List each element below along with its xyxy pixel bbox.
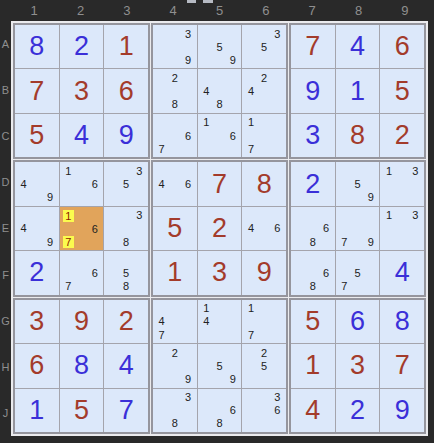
candidate-6[interactable]: 6 [181, 177, 194, 190]
candidate-grid: 68 [293, 253, 333, 292]
candidate-grid: 58 [106, 253, 146, 292]
solved-digit: 9 [305, 78, 320, 105]
given-digit: 9 [74, 308, 89, 335]
candidate-5[interactable]: 5 [258, 40, 271, 53]
cell-B2[interactable]: 3 [60, 69, 104, 112]
candidate-grid: 46 [155, 164, 195, 203]
candidate-8[interactable]: 8 [306, 279, 319, 292]
cell-B6[interactable]: 24 [242, 69, 286, 112]
cell-B5[interactable]: 48 [198, 69, 242, 112]
candidate-7[interactable]: 7 [62, 279, 75, 292]
cell-C6[interactable]: 17 [242, 114, 286, 157]
candidate-1[interactable]: 1 [244, 116, 257, 129]
cell-E9[interactable]: 13 [380, 207, 424, 250]
cell-G2[interactable]: 9 [60, 300, 104, 343]
cell-E1[interactable]: 49 [15, 207, 59, 250]
cell-C1[interactable]: 5 [15, 114, 59, 157]
cell-J3[interactable]: 7 [104, 389, 148, 432]
candidate-grid: 29 [155, 346, 195, 385]
candidate-9[interactable]: 9 [181, 53, 194, 66]
candidate-3[interactable]: 3 [409, 209, 422, 222]
candidate-6[interactable]: 6 [181, 129, 194, 142]
candidate-grid: 59 [200, 27, 240, 66]
cell-H7[interactable]: 1 [291, 344, 335, 387]
cell-D4[interactable]: 46 [153, 162, 197, 205]
cell-A8[interactable]: 4 [336, 25, 380, 68]
candidate-grid: 38 [106, 209, 146, 248]
solved-digit: 3 [305, 122, 320, 149]
cell-E3[interactable]: 38 [104, 207, 148, 250]
candidate-1[interactable]: 1 [382, 164, 395, 177]
candidate-2[interactable]: 2 [168, 71, 181, 84]
column-label-2: 2 [57, 0, 103, 21]
candidate-1[interactable]: 1 [244, 302, 257, 315]
given-digit: 4 [305, 397, 320, 424]
solved-digit: 6 [350, 308, 365, 335]
cell-G9[interactable]: 8 [380, 300, 424, 343]
solved-digit: 4 [119, 352, 134, 379]
cell-D3[interactable]: 35 [104, 162, 148, 205]
candidate-5[interactable]: 5 [213, 40, 226, 53]
candidate-7[interactable]: 7 [338, 235, 351, 248]
candidate-9[interactable]: 9 [226, 372, 239, 385]
candidate-grid: 36 [244, 391, 284, 430]
column-label-1: 1 [11, 0, 57, 21]
cell-F2[interactable]: 67 [60, 251, 104, 294]
candidate-grid: 67 [155, 116, 195, 155]
solved-digit: 1 [350, 78, 365, 105]
candidate-grid: 13 [382, 209, 422, 248]
candidate-grid: 16 [62, 164, 102, 203]
box-1: 821736549 [13, 23, 150, 159]
given-digit: 7 [305, 33, 320, 60]
candidate-grid: 68 [293, 209, 333, 248]
box-3: 746915382 [289, 23, 426, 159]
cell-B8[interactable]: 1 [336, 69, 380, 112]
candidate-6[interactable]: 6 [88, 177, 101, 190]
cell-H3[interactable]: 4 [104, 344, 148, 387]
cell-A3[interactable]: 1 [104, 25, 148, 68]
candidate-grid: 16 [200, 116, 240, 155]
row-label-G: G [0, 298, 11, 344]
candidate-6[interactable]: 6 [226, 129, 239, 142]
column-label-6: 6 [243, 0, 289, 21]
candidate-6[interactable]: 6 [319, 266, 332, 279]
solved-digit: 4 [350, 33, 365, 60]
given-digit: 1 [167, 259, 182, 286]
candidate-7[interactable]: 7 [155, 142, 168, 155]
cell-D7[interactable]: 2 [291, 162, 335, 205]
candidate-4[interactable]: 4 [155, 315, 168, 328]
candidate-1[interactable]: 1 [200, 302, 213, 315]
candidate-grid: 28 [155, 71, 195, 110]
column-label-8: 8 [335, 0, 381, 21]
cell-D8[interactable]: 59 [336, 162, 380, 205]
cell-H2[interactable]: 8 [60, 344, 104, 387]
candidate-8[interactable]: 8 [168, 417, 181, 430]
given-digit: 3 [350, 352, 365, 379]
candidate-grid: 59 [338, 164, 378, 203]
box-4: 491635491673826758 [13, 160, 150, 296]
candidate-7[interactable]: 7 [338, 279, 351, 292]
solved-digit: 4 [74, 122, 89, 149]
candidate-grid: 68 [200, 391, 240, 430]
cell-B3[interactable]: 6 [104, 69, 148, 112]
candidate-3[interactable]: 3 [133, 164, 146, 177]
cell-E5[interactable]: 2 [198, 207, 242, 250]
candidate-3[interactable]: 3 [133, 209, 146, 222]
candidate-5[interactable]: 5 [120, 266, 133, 279]
candidate-grid: 79 [338, 209, 378, 248]
box-8: 471417295925386836 [151, 298, 288, 434]
cell-H4[interactable]: 29 [153, 344, 197, 387]
solved-digit: 7 [119, 397, 134, 424]
row-label-F: F [0, 252, 11, 298]
solved-digit: 8 [74, 352, 89, 379]
candidate-4[interactable]: 4 [155, 177, 168, 190]
cell-H1[interactable]: 6 [15, 344, 59, 387]
row-label-C: C [0, 113, 11, 159]
candidate-grid: 13 [382, 164, 422, 203]
cell-C7[interactable]: 3 [291, 114, 335, 157]
given-digit: 7 [29, 78, 44, 105]
candidate-7[interactable]: 7 [155, 328, 168, 341]
solved-digit: 2 [350, 397, 365, 424]
box-9: 568137429 [289, 298, 426, 434]
column-label-4: 4 [150, 0, 196, 21]
cell-J2[interactable]: 5 [60, 389, 104, 432]
solved-digit: 2 [74, 33, 89, 60]
cell-D5[interactable]: 7 [198, 162, 242, 205]
candidate-6[interactable]: 6 [88, 266, 101, 279]
cell-C8[interactable]: 8 [336, 114, 380, 157]
cell-G7[interactable]: 5 [291, 300, 335, 343]
candidate-grid: 48 [200, 71, 240, 110]
cell-E8[interactable]: 79 [336, 207, 380, 250]
given-digit: 7 [395, 352, 410, 379]
candidate-grid: 57 [338, 253, 378, 292]
given-digit: 3 [74, 78, 89, 105]
row-label-D: D [0, 159, 11, 205]
candidate-5[interactable]: 5 [258, 359, 271, 372]
candidate-5[interactable]: 5 [351, 266, 364, 279]
cell-A4[interactable]: 39 [153, 25, 197, 68]
cell-C9[interactable]: 2 [380, 114, 424, 157]
cell-H8[interactable]: 3 [336, 344, 380, 387]
candidate-grid: 35 [106, 164, 146, 203]
cell-D1[interactable]: 49 [15, 162, 59, 205]
cell-B7[interactable]: 9 [291, 69, 335, 112]
candidate-8[interactable]: 8 [213, 417, 226, 430]
row-label-B: B [0, 67, 11, 113]
cell-G5[interactable]: 14 [198, 300, 242, 343]
sudoku-board: 8217365493959352848246716177469153824916… [11, 21, 428, 436]
candidate-9[interactable]: 9 [43, 191, 56, 204]
solved-digit: 1 [29, 397, 44, 424]
candidate-grid: 17 [244, 302, 284, 341]
cell-G6[interactable]: 17 [242, 300, 286, 343]
candidate-grid: 46 [244, 209, 284, 248]
column-labels: 123456789 [11, 0, 428, 21]
candidate-3[interactable]: 3 [271, 27, 284, 40]
highlighted-candidate-7[interactable]: 7 [63, 236, 74, 248]
cell-C2[interactable]: 4 [60, 114, 104, 157]
candidate-grid: 25 [244, 346, 284, 385]
candidate-grid: 167 [62, 209, 102, 248]
row-label-A: A [0, 21, 11, 67]
given-digit: 6 [29, 352, 44, 379]
solved-digit: 8 [29, 33, 44, 60]
candidate-3[interactable]: 3 [181, 27, 194, 40]
given-digit: 5 [305, 308, 320, 335]
cell-J9[interactable]: 9 [380, 389, 424, 432]
cell-A6[interactable]: 35 [242, 25, 286, 68]
cell-H5[interactable]: 59 [198, 344, 242, 387]
cell-E4[interactable]: 5 [153, 207, 197, 250]
cell-J7[interactable]: 4 [291, 389, 335, 432]
candidate-8[interactable]: 8 [120, 235, 133, 248]
candidate-9[interactable]: 9 [364, 235, 377, 248]
given-digit: 3 [212, 259, 227, 286]
candidate-grid: 24 [244, 71, 284, 110]
candidate-4[interactable]: 4 [244, 85, 257, 98]
candidate-4[interactable]: 4 [17, 177, 30, 190]
candidate-5[interactable]: 5 [213, 359, 226, 372]
cell-B1[interactable]: 7 [15, 69, 59, 112]
cell-E2[interactable]: 167 [60, 207, 104, 250]
given-digit: 8 [350, 122, 365, 149]
candidate-4[interactable]: 4 [200, 85, 213, 98]
candidate-7[interactable]: 7 [244, 142, 257, 155]
candidate-6[interactable]: 6 [88, 223, 101, 235]
candidate-8[interactable]: 8 [306, 235, 319, 248]
cell-F8[interactable]: 57 [336, 251, 380, 294]
candidate-7[interactable]: 7 [244, 328, 257, 341]
candidate-grid: 59 [200, 346, 240, 385]
column-label-5: 5 [196, 0, 242, 21]
row-labels: ABCDEFGHJ [0, 21, 11, 436]
candidate-8[interactable]: 8 [168, 98, 181, 111]
candidate-6[interactable]: 6 [226, 404, 239, 417]
candidate-9[interactable]: 9 [364, 191, 377, 204]
cell-F3[interactable]: 58 [104, 251, 148, 294]
candidate-9[interactable]: 9 [226, 53, 239, 66]
cell-G1[interactable]: 3 [15, 300, 59, 343]
solved-digit: 9 [395, 397, 410, 424]
candidate-grid: 17 [244, 116, 284, 155]
given-digit: 9 [257, 259, 272, 286]
given-digit: 1 [305, 352, 320, 379]
cell-A2[interactable]: 2 [60, 25, 104, 68]
candidate-4[interactable]: 4 [200, 315, 213, 328]
given-digit: 5 [74, 397, 89, 424]
cell-J6[interactable]: 36 [242, 389, 286, 432]
box-2: 395935284824671617 [151, 23, 288, 159]
cell-G4[interactable]: 47 [153, 300, 197, 343]
row-label-J: J [0, 390, 11, 436]
candidate-3[interactable]: 3 [271, 391, 284, 404]
cell-A5[interactable]: 59 [198, 25, 242, 68]
row-label-E: E [0, 205, 11, 251]
candidate-grid: 49 [17, 209, 57, 248]
cell-C3[interactable]: 9 [104, 114, 148, 157]
candidate-3[interactable]: 3 [409, 164, 422, 177]
candidate-2[interactable]: 2 [258, 71, 271, 84]
candidate-1[interactable]: 1 [382, 209, 395, 222]
candidate-grid: 47 [155, 302, 195, 341]
candidate-8[interactable]: 8 [120, 279, 133, 292]
candidate-grid: 35 [244, 27, 284, 66]
cell-A7[interactable]: 7 [291, 25, 335, 68]
cell-H6[interactable]: 25 [242, 344, 286, 387]
cell-D2[interactable]: 16 [60, 162, 104, 205]
candidate-6[interactable]: 6 [271, 222, 284, 235]
cell-F1[interactable]: 2 [15, 251, 59, 294]
row-label-H: H [0, 344, 11, 390]
cell-F5[interactable]: 3 [198, 251, 242, 294]
cell-A1[interactable]: 8 [15, 25, 59, 68]
given-digit: 8 [257, 171, 272, 198]
candidate-grid: 49 [17, 164, 57, 203]
column-label-9: 9 [382, 0, 428, 21]
box-5: 46785246139 [151, 160, 288, 296]
given-digit: 5 [29, 122, 44, 149]
candidate-9[interactable]: 9 [181, 372, 194, 385]
box-7: 392684157 [13, 298, 150, 434]
candidate-grid: 38 [155, 391, 195, 430]
cell-G3[interactable]: 2 [104, 300, 148, 343]
cell-C4[interactable]: 67 [153, 114, 197, 157]
candidate-6[interactable]: 6 [319, 222, 332, 235]
column-label-7: 7 [289, 0, 335, 21]
cell-E6[interactable]: 46 [242, 207, 286, 250]
cell-J5[interactable]: 68 [198, 389, 242, 432]
column-label-3: 3 [104, 0, 150, 21]
cell-B4[interactable]: 28 [153, 69, 197, 112]
box-6: 2591368791368574 [289, 160, 426, 296]
candidate-3[interactable]: 3 [181, 391, 194, 404]
given-digit: 7 [212, 171, 227, 198]
cell-J4[interactable]: 38 [153, 389, 197, 432]
candidate-9[interactable]: 9 [43, 235, 56, 248]
cell-D9[interactable]: 13 [380, 162, 424, 205]
cell-C5[interactable]: 16 [198, 114, 242, 157]
cell-F7[interactable]: 68 [291, 251, 335, 294]
cell-J1[interactable]: 1 [15, 389, 59, 432]
sudoku-app-window: 123456789 ABCDEFGHJ 82173654939593528482… [0, 0, 434, 443]
cell-B9[interactable]: 5 [380, 69, 424, 112]
candidate-grid: 67 [62, 253, 102, 292]
cell-J8[interactable]: 2 [336, 389, 380, 432]
highlighted-candidate-1[interactable]: 1 [63, 210, 74, 222]
given-digit: 2 [119, 308, 134, 335]
given-digit: 6 [395, 33, 410, 60]
given-digit: 3 [29, 308, 44, 335]
candidate-5[interactable]: 5 [120, 177, 133, 190]
given-digit: 2 [212, 215, 227, 242]
cell-A9[interactable]: 6 [380, 25, 424, 68]
given-digit: 6 [119, 78, 134, 105]
cell-F9[interactable]: 4 [380, 251, 424, 294]
cell-H9[interactable]: 7 [380, 344, 424, 387]
solved-digit: 2 [29, 259, 44, 286]
candidate-1[interactable]: 1 [200, 116, 213, 129]
candidate-6[interactable]: 6 [271, 404, 284, 417]
candidate-1[interactable]: 1 [62, 164, 75, 177]
given-digit: 2 [395, 122, 410, 149]
candidate-2[interactable]: 2 [258, 346, 271, 359]
cell-F6[interactable]: 9 [242, 251, 286, 294]
candidate-8[interactable]: 8 [213, 98, 226, 111]
candidate-2[interactable]: 2 [168, 346, 181, 359]
solved-digit: 8 [395, 308, 410, 335]
solved-digit: 2 [305, 171, 320, 198]
candidate-5[interactable]: 5 [351, 177, 364, 190]
given-digit: 5 [395, 78, 410, 105]
given-digit: 1 [119, 33, 134, 60]
cell-F4[interactable]: 1 [153, 251, 197, 294]
given-digit: 5 [167, 215, 182, 242]
solved-digit: 9 [119, 122, 134, 149]
candidate-4[interactable]: 4 [244, 222, 257, 235]
candidate-grid: 39 [155, 27, 195, 66]
candidate-4[interactable]: 4 [17, 222, 30, 235]
cell-G8[interactable]: 6 [336, 300, 380, 343]
solved-digit: 4 [395, 259, 410, 286]
cell-D6[interactable]: 8 [242, 162, 286, 205]
candidate-grid: 14 [200, 302, 240, 341]
cell-E7[interactable]: 68 [291, 207, 335, 250]
